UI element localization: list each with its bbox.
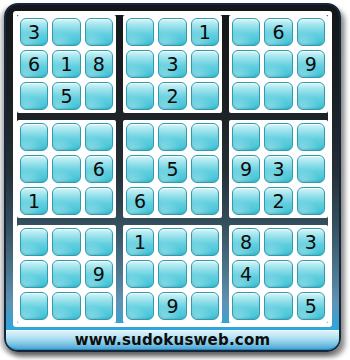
sudoku-grid: 361851326961569329198345 — [13, 11, 332, 327]
sudoku-cell-r3c4[interactable] — [126, 82, 154, 110]
sudoku-cell-r1c2[interactable] — [52, 18, 80, 46]
sudoku-cell-r8c4[interactable] — [126, 260, 154, 288]
sudoku-cell-r8c1[interactable] — [20, 260, 48, 288]
sudoku-cell-r7c8[interactable] — [264, 228, 292, 256]
sudoku-cell-r1c4[interactable] — [126, 18, 154, 46]
sudoku-cell-r2c1[interactable]: 6 — [20, 50, 48, 78]
sudoku-cell-r7c4[interactable]: 1 — [126, 228, 154, 256]
sudoku-cell-r2c9[interactable]: 9 — [297, 50, 325, 78]
sudoku-cell-r7c9[interactable]: 3 — [297, 228, 325, 256]
sudoku-box-5: 56 — [123, 120, 222, 218]
sudoku-cell-r2c2[interactable]: 1 — [52, 50, 80, 78]
sudoku-cell-r2c5[interactable]: 3 — [158, 50, 186, 78]
sudoku-cell-r3c2[interactable]: 5 — [52, 82, 80, 110]
sudoku-cell-r3c7[interactable] — [232, 82, 260, 110]
sudoku-cell-r9c9[interactable]: 5 — [297, 292, 325, 320]
sudoku-cell-r3c5[interactable]: 2 — [158, 82, 186, 110]
sudoku-cell-r2c7[interactable] — [232, 50, 260, 78]
sudoku-cell-r4c2[interactable] — [52, 123, 80, 151]
sudoku-cell-r6c4[interactable]: 6 — [126, 187, 154, 215]
sudoku-cell-r7c5[interactable] — [158, 228, 186, 256]
sudoku-cell-r4c3[interactable] — [85, 123, 113, 151]
sudoku-cell-r3c1[interactable] — [20, 82, 48, 110]
sudoku-cell-r6c1[interactable]: 1 — [20, 187, 48, 215]
sudoku-cell-r6c6[interactable] — [191, 187, 219, 215]
sudoku-cell-r4c4[interactable] — [126, 123, 154, 151]
sudoku-cell-r9c8[interactable] — [264, 292, 292, 320]
sudoku-cell-r5c5[interactable]: 5 — [158, 155, 186, 183]
sudoku-cell-r5c6[interactable] — [191, 155, 219, 183]
sudoku-cell-r3c8[interactable] — [264, 82, 292, 110]
sudoku-cell-r5c3[interactable]: 6 — [85, 155, 113, 183]
sudoku-cell-r7c3[interactable] — [85, 228, 113, 256]
sudoku-cell-r3c9[interactable] — [297, 82, 325, 110]
footer-bar: www.sudokusweb.com — [6, 330, 339, 350]
sudoku-cell-r8c5[interactable] — [158, 260, 186, 288]
sudoku-cell-r6c2[interactable] — [52, 187, 80, 215]
sudoku-box-3: 69 — [229, 15, 328, 113]
sudoku-cell-r7c7[interactable]: 8 — [232, 228, 260, 256]
sudoku-cell-r9c2[interactable] — [52, 292, 80, 320]
sudoku-cell-r4c9[interactable] — [297, 123, 325, 151]
sudoku-cell-r8c2[interactable] — [52, 260, 80, 288]
sudoku-cell-r6c3[interactable] — [85, 187, 113, 215]
sudoku-cell-r4c6[interactable] — [191, 123, 219, 151]
sudoku-cell-r6c9[interactable] — [297, 187, 325, 215]
sudoku-cell-r6c8[interactable]: 2 — [264, 187, 292, 215]
sudoku-cell-r7c6[interactable] — [191, 228, 219, 256]
sudoku-cell-r9c6[interactable] — [191, 292, 219, 320]
sudoku-cell-r1c1[interactable]: 3 — [20, 18, 48, 46]
sudoku-cell-r9c4[interactable] — [126, 292, 154, 320]
sudoku-cell-r7c1[interactable] — [20, 228, 48, 256]
sudoku-cell-r2c3[interactable]: 8 — [85, 50, 113, 78]
sudoku-cell-r5c1[interactable] — [20, 155, 48, 183]
sudoku-cell-r5c4[interactable] — [126, 155, 154, 183]
sudoku-box-2: 132 — [123, 15, 222, 113]
sudoku-cell-r5c2[interactable] — [52, 155, 80, 183]
sudoku-cell-r1c3[interactable] — [85, 18, 113, 46]
sudoku-cell-r3c3[interactable] — [85, 82, 113, 110]
sudoku-cell-r1c7[interactable] — [232, 18, 260, 46]
sudoku-cell-r6c7[interactable] — [232, 187, 260, 215]
sudoku-box-1: 36185 — [17, 15, 116, 113]
sudoku-cell-r4c1[interactable] — [20, 123, 48, 151]
sudoku-cell-r2c8[interactable] — [264, 50, 292, 78]
sudoku-cell-r8c8[interactable] — [264, 260, 292, 288]
sudoku-cell-r9c5[interactable]: 9 — [158, 292, 186, 320]
sudoku-cell-r8c7[interactable]: 4 — [232, 260, 260, 288]
sudoku-cell-r4c5[interactable] — [158, 123, 186, 151]
sudoku-cell-r2c4[interactable] — [126, 50, 154, 78]
sudoku-cell-r8c3[interactable]: 9 — [85, 260, 113, 288]
sudoku-cell-r5c9[interactable] — [297, 155, 325, 183]
site-link[interactable]: www.sudokusweb.com — [75, 331, 270, 349]
sudoku-cell-r3c6[interactable] — [191, 82, 219, 110]
sudoku-cell-r1c9[interactable] — [297, 18, 325, 46]
sudoku-cell-r4c7[interactable] — [232, 123, 260, 151]
sudoku-cell-r5c7[interactable]: 9 — [232, 155, 260, 183]
sudoku-cell-r1c6[interactable]: 1 — [191, 18, 219, 46]
sudoku-cell-r6c5[interactable] — [158, 187, 186, 215]
sudoku-cell-r1c5[interactable] — [158, 18, 186, 46]
sudoku-box-8: 19 — [123, 225, 222, 323]
sudoku-cell-r5c8[interactable]: 3 — [264, 155, 292, 183]
sudoku-box-6: 932 — [229, 120, 328, 218]
sudoku-box-9: 8345 — [229, 225, 328, 323]
sudoku-box-4: 61 — [17, 120, 116, 218]
sudoku-cell-r2c6[interactable] — [191, 50, 219, 78]
sudoku-cell-r9c3[interactable] — [85, 292, 113, 320]
sudoku-cell-r8c6[interactable] — [191, 260, 219, 288]
sudoku-board-frame: 361851326961569329198345 www.sudokusweb.… — [4, 3, 341, 352]
sudoku-cell-r1c8[interactable]: 6 — [264, 18, 292, 46]
sudoku-cell-r8c9[interactable] — [297, 260, 325, 288]
sudoku-cell-r9c1[interactable] — [20, 292, 48, 320]
sudoku-cell-r7c2[interactable] — [52, 228, 80, 256]
sudoku-box-7: 9 — [17, 225, 116, 323]
sudoku-cell-r4c8[interactable] — [264, 123, 292, 151]
sudoku-cell-r9c7[interactable] — [232, 292, 260, 320]
